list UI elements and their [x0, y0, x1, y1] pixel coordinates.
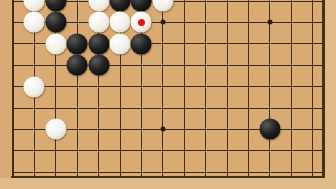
- black-stone[interactable]: [67, 55, 88, 76]
- white-stone[interactable]: [131, 12, 152, 33]
- white-stone[interactable]: [24, 12, 45, 33]
- white-stone[interactable]: [24, 76, 45, 97]
- star-point: [160, 20, 165, 25]
- black-stone[interactable]: [45, 12, 66, 33]
- grid-line-horizontal: [12, 150, 324, 151]
- white-stone[interactable]: [88, 12, 109, 33]
- black-stone[interactable]: [259, 119, 280, 140]
- grid-line-horizontal: [12, 172, 324, 173]
- black-stone[interactable]: [88, 33, 109, 54]
- white-stone[interactable]: [45, 33, 66, 54]
- star-point: [160, 127, 165, 132]
- black-stone[interactable]: [131, 33, 152, 54]
- white-stone[interactable]: [45, 119, 66, 140]
- grid-line-horizontal: [12, 65, 324, 66]
- white-stone[interactable]: [110, 33, 131, 54]
- white-stone[interactable]: [110, 12, 131, 33]
- last-move-marker: [138, 19, 145, 26]
- board-right-outside: [324, 0, 336, 189]
- star-point: [267, 20, 272, 25]
- grid-line-horizontal: [12, 108, 324, 109]
- board-edge-bottom: [11, 176, 325, 179]
- black-stone[interactable]: [88, 55, 109, 76]
- black-stone[interactable]: [67, 33, 88, 54]
- go-board[interactable]: [0, 0, 336, 189]
- board-bottom-outside: [0, 178, 336, 189]
- board-edge-right: [322, 0, 325, 178]
- grid-line-horizontal: [12, 86, 324, 87]
